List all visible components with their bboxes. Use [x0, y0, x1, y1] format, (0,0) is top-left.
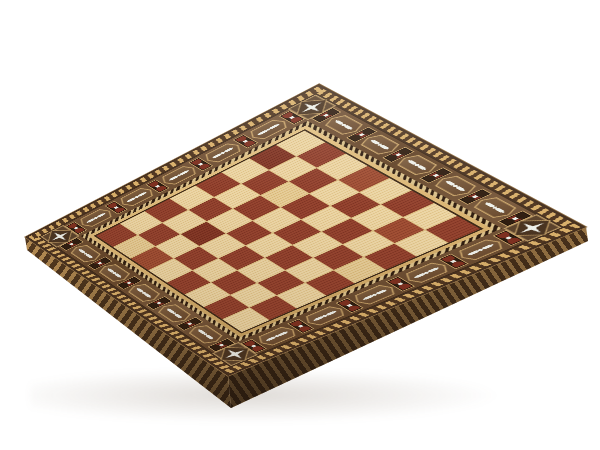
photo-background	[0, 0, 600, 450]
chess-board	[25, 84, 586, 376]
